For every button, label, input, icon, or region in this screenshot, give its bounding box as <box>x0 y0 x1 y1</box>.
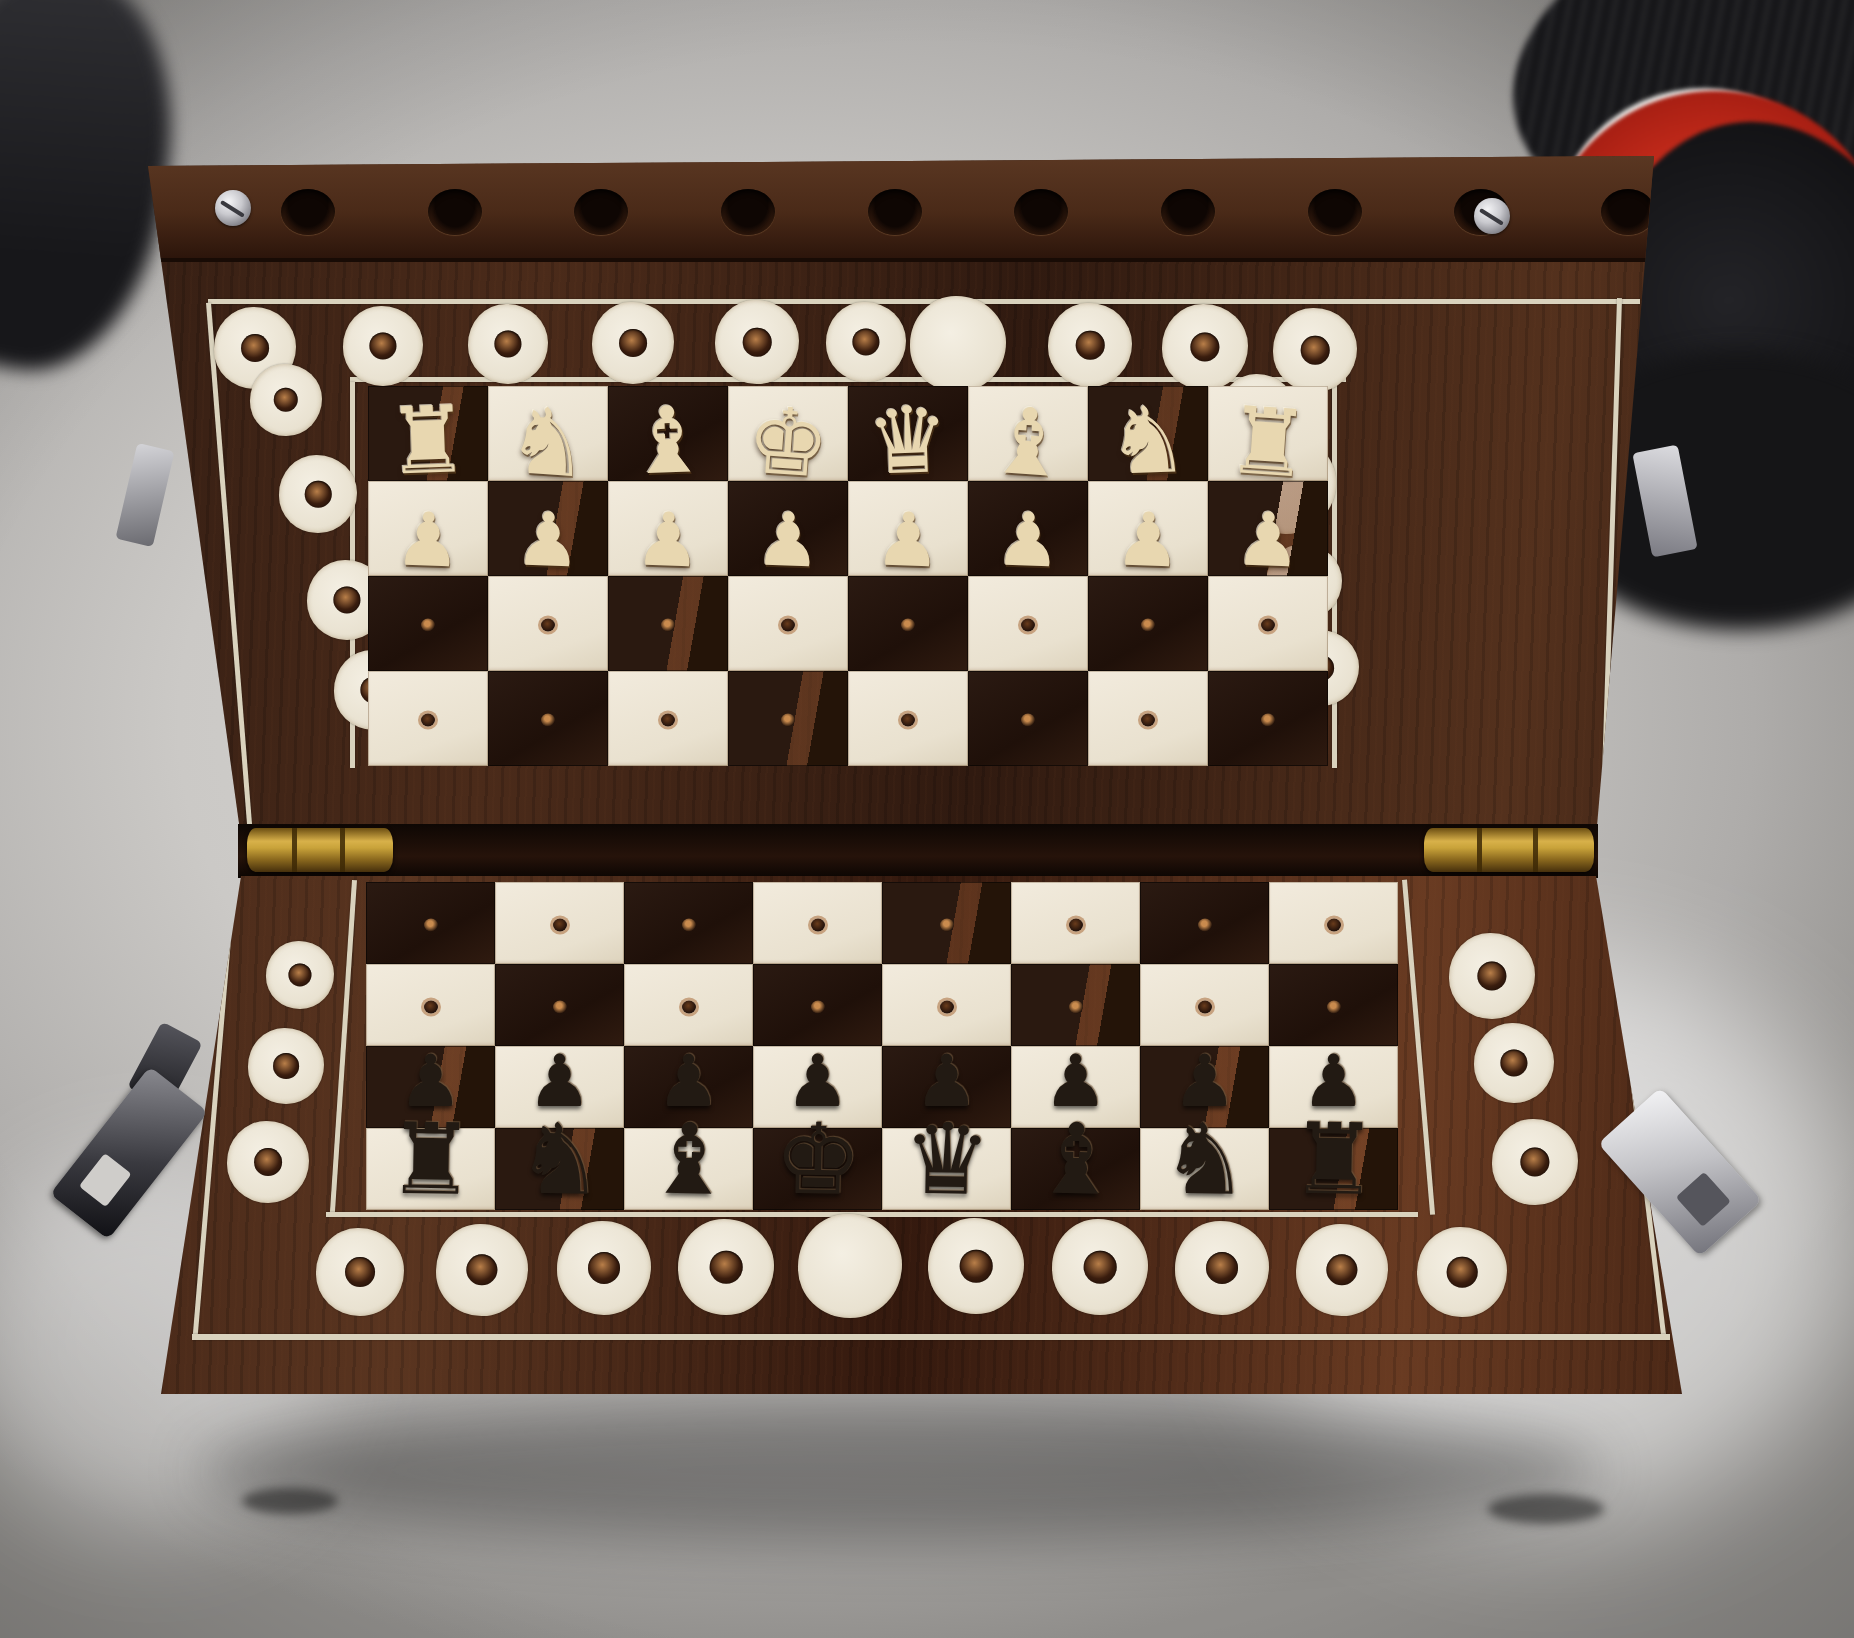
board-square[interactable]: ♜ <box>366 1128 495 1210</box>
board-square[interactable] <box>848 671 968 766</box>
piece-storage-hole <box>868 189 922 235</box>
board-square[interactable] <box>488 576 608 671</box>
peg-hole <box>1198 918 1212 931</box>
peg-hole <box>1021 619 1035 632</box>
peg-hole <box>1261 619 1275 632</box>
screw <box>215 190 251 226</box>
circle-center-hole <box>852 328 879 355</box>
peg-hole <box>1141 619 1155 632</box>
board-square[interactable] <box>495 882 624 964</box>
board-square[interactable]: ♞ <box>495 1128 624 1210</box>
piece-storage-hole <box>1601 189 1655 235</box>
peg-hole <box>553 918 567 931</box>
peg-hole <box>661 714 675 727</box>
black-queen[interactable]: ♛ <box>902 1109 992 1209</box>
black-king[interactable]: ♚ <box>773 1109 863 1209</box>
bone-inlay-circle <box>248 1028 324 1104</box>
board-square[interactable]: ♟ <box>368 481 488 576</box>
board-square[interactable] <box>753 964 882 1046</box>
board-square[interactable] <box>624 964 753 1046</box>
left-foot-shadow <box>242 1488 338 1514</box>
board-square[interactable] <box>1140 964 1269 1046</box>
right-clasp-cutout <box>1676 1172 1731 1227</box>
board-square[interactable]: ♞ <box>1088 386 1208 481</box>
board-square[interactable] <box>368 671 488 766</box>
board-square[interactable] <box>608 576 728 671</box>
peg-hole <box>1198 1000 1212 1013</box>
circle-center-hole <box>305 481 332 508</box>
board-square[interactable] <box>495 964 624 1046</box>
circle-center-hole <box>273 1053 299 1079</box>
white-pawn[interactable]: ♟ <box>1114 501 1183 577</box>
photo-canvas: { "meta": { "description": "Overhead pho… <box>0 0 1854 1638</box>
board-square[interactable] <box>1269 964 1398 1046</box>
left-clasp-cutout <box>79 1153 132 1207</box>
bone-inlay-circle <box>1296 1224 1388 1316</box>
piece-storage-hole <box>1014 189 1068 235</box>
board-square[interactable] <box>728 576 848 671</box>
bone-inlay-circle <box>1417 1227 1507 1317</box>
bone-inlay-line <box>1402 880 1435 1215</box>
peg-hole <box>541 714 555 727</box>
chessboard-upper-ranks: ♜♞♝♚♛♝♞♜♟♟♟♟♟♟♟♟ <box>368 386 1328 766</box>
board-square[interactable] <box>368 576 488 671</box>
white-bishop[interactable]: ♝ <box>625 393 711 488</box>
board-square[interactable]: ♝ <box>968 386 1088 481</box>
bone-inlay-circle <box>557 1221 651 1315</box>
circle-center-hole <box>254 1148 282 1176</box>
board-square[interactable]: ♚ <box>753 1128 882 1210</box>
circle-center-hole <box>494 330 521 357</box>
white-queen[interactable]: ♛ <box>865 393 951 488</box>
peg-hole <box>682 1000 696 1013</box>
black-knight[interactable]: ♞ <box>1160 1109 1250 1209</box>
piece-storage-hole <box>281 189 335 235</box>
bone-inlay-circle <box>343 306 423 386</box>
bone-inlay-circle <box>910 296 1006 392</box>
bone-inlay-circle <box>1175 1221 1269 1315</box>
bone-inlay-line <box>192 1334 1670 1340</box>
circle-center-hole <box>619 329 647 357</box>
board-square[interactable]: ♝ <box>1011 1128 1140 1210</box>
peg-hole <box>1069 1000 1083 1013</box>
bone-inlay-circle <box>1449 933 1535 1019</box>
circle-center-hole <box>743 328 772 357</box>
circle-center-hole <box>1477 961 1506 990</box>
white-pawn[interactable]: ♟ <box>634 501 703 577</box>
board-cast-shadow <box>200 1400 1600 1540</box>
circle-center-hole <box>1076 331 1105 360</box>
piece-storage-hole <box>1308 189 1362 235</box>
circle-center-hole <box>1520 1147 1549 1176</box>
board-square[interactable]: ♟ <box>728 481 848 576</box>
board-square[interactable]: ♟ <box>488 481 608 576</box>
board-square[interactable] <box>968 576 1088 671</box>
white-knight[interactable]: ♞ <box>1105 393 1191 488</box>
bone-inlay-circle <box>826 302 906 382</box>
board-square[interactable] <box>1269 882 1398 964</box>
bone-inlay-line <box>208 299 1640 304</box>
peg-hole <box>541 619 555 632</box>
peg-hole <box>1327 918 1341 931</box>
board-square[interactable] <box>1140 882 1269 964</box>
circle-center-hole <box>1326 1254 1357 1285</box>
bone-inlay-circle <box>1162 304 1248 390</box>
bone-inlay-circle <box>1474 1023 1554 1103</box>
peg-hole <box>940 1000 954 1013</box>
white-pawn[interactable]: ♟ <box>874 501 943 577</box>
bone-inlay-circle <box>798 1214 902 1318</box>
white-pawn[interactable]: ♟ <box>514 501 583 577</box>
right-foot-shadow <box>1488 1494 1604 1524</box>
board-square[interactable] <box>1088 576 1208 671</box>
circle-center-hole <box>960 1250 993 1283</box>
circle-center-hole <box>1500 1049 1527 1076</box>
screw <box>1474 198 1510 234</box>
board-square[interactable] <box>366 964 495 1046</box>
brass-hinge-right <box>1424 828 1594 872</box>
peg-hole <box>811 918 825 931</box>
peg-hole <box>781 619 795 632</box>
circle-center-hole <box>274 388 298 412</box>
board-square[interactable]: ♛ <box>848 386 968 481</box>
fold-seam <box>238 824 1598 878</box>
board-square[interactable]: ♝ <box>608 386 728 481</box>
white-rook[interactable]: ♜ <box>385 393 471 488</box>
peg-hole <box>421 619 435 632</box>
bone-inlay-line <box>326 1212 1418 1217</box>
bone-inlay-line <box>330 880 357 1216</box>
board-square[interactable] <box>1011 882 1140 964</box>
bone-inlay-circle <box>468 304 548 384</box>
circle-center-hole <box>241 334 269 362</box>
peg-hole <box>1261 714 1275 727</box>
board-square[interactable]: ♜ <box>1208 386 1328 481</box>
circle-center-hole <box>345 1257 375 1287</box>
peg-hole <box>553 1000 567 1013</box>
peg-hole <box>940 918 954 931</box>
bone-inlay-circle <box>250 364 322 436</box>
piece-storage-hole <box>721 189 775 235</box>
board-square[interactable]: ♚ <box>728 386 848 481</box>
bone-inlay-circle <box>279 455 357 533</box>
board-square[interactable]: ♛ <box>882 1128 1011 1210</box>
circle-center-hole <box>710 1251 743 1284</box>
piece-storage-hole <box>428 189 482 235</box>
board-square[interactable]: ♟ <box>1088 481 1208 576</box>
circle-center-hole <box>466 1254 497 1285</box>
peg-hole <box>901 714 915 727</box>
black-rook[interactable]: ♜ <box>1289 1109 1379 1209</box>
white-knight[interactable]: ♞ <box>504 394 593 492</box>
brass-hinge-left <box>247 828 393 872</box>
white-bishop[interactable]: ♝ <box>984 394 1073 492</box>
peg-hole <box>661 619 675 632</box>
white-rook[interactable]: ♜ <box>1224 394 1313 492</box>
board-square[interactable] <box>848 576 968 671</box>
board-square[interactable] <box>1011 964 1140 1046</box>
circle-center-hole <box>1301 336 1330 365</box>
circle-center-hole <box>1206 1252 1238 1284</box>
circle-center-hole <box>1447 1257 1478 1288</box>
white-pawn[interactable]: ♟ <box>754 501 823 577</box>
board-square[interactable]: ♜ <box>1269 1128 1398 1210</box>
circle-center-hole <box>369 332 396 359</box>
board-square[interactable] <box>608 671 728 766</box>
chessboard-lower-ranks: ♟♟♟♟♟♟♟♟♜♞♝♚♛♝♞♜ <box>366 882 1398 1210</box>
peg-hole <box>1021 714 1035 727</box>
bone-inlay-circle <box>266 941 334 1009</box>
circle-center-hole <box>333 586 360 613</box>
peg-hole <box>811 1000 825 1013</box>
bone-inlay-circle <box>436 1224 528 1316</box>
black-bishop[interactable]: ♝ <box>644 1109 734 1209</box>
board-square[interactable] <box>882 882 1011 964</box>
bone-inlay-circle <box>1048 303 1132 387</box>
white-pawn[interactable]: ♟ <box>394 501 463 577</box>
board-square[interactable] <box>366 882 495 964</box>
peg-hole <box>424 1000 438 1013</box>
board-square[interactable] <box>753 882 882 964</box>
bone-inlay-circle <box>1492 1119 1578 1205</box>
board-square[interactable] <box>882 964 1011 1046</box>
peg-hole <box>1069 918 1083 931</box>
peg-hole <box>901 619 915 632</box>
peg-hole <box>682 918 696 931</box>
circle-center-hole <box>588 1252 620 1284</box>
board-square[interactable]: ♟ <box>848 481 968 576</box>
bone-inlay-circle <box>928 1218 1024 1314</box>
board-square[interactable] <box>968 671 1088 766</box>
board-square[interactable]: ♞ <box>488 386 608 481</box>
board-square[interactable]: ♜ <box>368 386 488 481</box>
bone-inlay-circle <box>592 302 674 384</box>
circle-center-hole <box>1084 1251 1117 1284</box>
circle-center-hole <box>1190 332 1219 361</box>
board-square[interactable] <box>624 882 753 964</box>
board-square[interactable] <box>488 671 608 766</box>
board-square[interactable]: ♟ <box>1208 481 1328 576</box>
white-king[interactable]: ♚ <box>744 394 833 492</box>
white-pawn[interactable]: ♟ <box>994 501 1063 577</box>
bone-inlay-circle <box>1273 308 1357 392</box>
board-square[interactable]: ♝ <box>624 1128 753 1210</box>
peg-hole <box>424 918 438 931</box>
board-square[interactable] <box>728 671 848 766</box>
peg-hole <box>421 714 435 727</box>
white-pawn[interactable]: ♟ <box>1234 501 1303 577</box>
board-square[interactable]: ♟ <box>968 481 1088 576</box>
top-edge-storage-strip <box>148 156 1654 262</box>
peg-hole <box>1327 1000 1341 1013</box>
black-bishop[interactable]: ♝ <box>1031 1109 1121 1209</box>
peg-hole <box>781 714 795 727</box>
bone-inlay-circle <box>1052 1219 1148 1315</box>
piece-storage-hole <box>574 189 628 235</box>
bone-inlay-circle <box>227 1121 309 1203</box>
circle-center-hole <box>288 963 311 986</box>
board-square[interactable] <box>1208 671 1328 766</box>
piece-storage-hole <box>1161 189 1215 235</box>
bone-inlay-circle <box>715 300 799 384</box>
black-knight[interactable]: ♞ <box>515 1109 605 1209</box>
board-square[interactable]: ♟ <box>608 481 728 576</box>
peg-hole <box>1141 714 1155 727</box>
bone-inlay-circle <box>316 1228 404 1316</box>
board-square[interactable] <box>1088 671 1208 766</box>
bone-inlay-circle <box>678 1219 774 1315</box>
board-square[interactable]: ♞ <box>1140 1128 1269 1210</box>
black-rook[interactable]: ♜ <box>386 1109 476 1209</box>
board-square[interactable] <box>1208 576 1328 671</box>
